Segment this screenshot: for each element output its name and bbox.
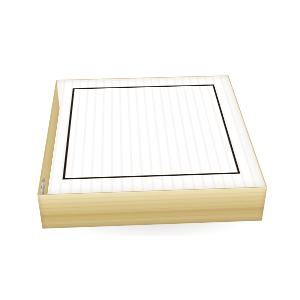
product-photo	[0, 0, 300, 300]
chess-board	[65, 86, 238, 179]
chess-box	[37, 76, 267, 196]
